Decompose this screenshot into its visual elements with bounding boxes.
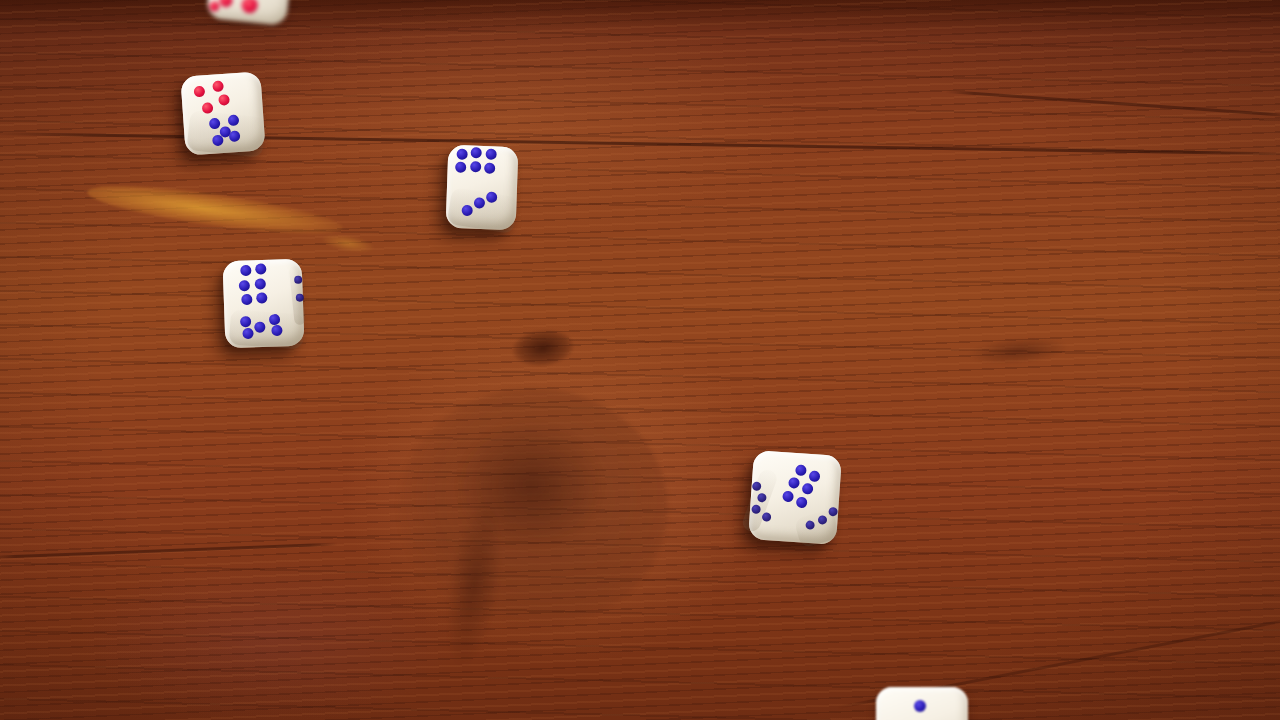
sap-streak-gold bbox=[85, 176, 345, 244]
die-pip-blue bbox=[462, 205, 473, 216]
wood-knot-streak-right bbox=[967, 334, 1069, 369]
wood-knot-swirl-core bbox=[455, 420, 605, 550]
die-pip-blue bbox=[255, 263, 266, 274]
die-pip-red bbox=[212, 80, 224, 92]
die-pip-blue bbox=[240, 316, 251, 327]
die-pip-dark bbox=[828, 507, 838, 517]
die-six-over-three-blue[interactable] bbox=[446, 145, 519, 230]
die-pip-dark bbox=[751, 504, 761, 514]
die-pip-dark bbox=[294, 276, 302, 284]
die-pip-blue bbox=[269, 314, 280, 325]
wood-table-background bbox=[0, 0, 1280, 720]
die-pip-blue bbox=[455, 162, 466, 173]
wood-knot-swirl-tail bbox=[435, 497, 513, 673]
die-pip-dark bbox=[758, 493, 768, 503]
die-pip-red bbox=[202, 102, 214, 114]
die-pip-blue bbox=[486, 191, 497, 202]
die-pip-blue bbox=[239, 280, 250, 291]
die-pip-blue bbox=[228, 114, 240, 126]
sap-streak-tail bbox=[321, 232, 375, 256]
die-four-red-over-five-blue[interactable] bbox=[180, 71, 265, 155]
die-pip-dark bbox=[752, 481, 762, 491]
die-pip-blue bbox=[241, 294, 252, 305]
wood-knot-swirl bbox=[398, 388, 668, 628]
die-pip-blue bbox=[242, 328, 253, 339]
die-pip-dark bbox=[818, 515, 828, 525]
die-pip-red bbox=[194, 86, 206, 98]
die-pip-blue bbox=[471, 147, 482, 158]
die-pip-blue bbox=[209, 118, 221, 130]
die-pip-blue bbox=[256, 293, 267, 304]
die-pip-blue bbox=[788, 477, 800, 489]
die-pip-blue bbox=[229, 131, 241, 143]
die-pip-dark bbox=[805, 520, 815, 530]
plank-seam-upper-right bbox=[946, 90, 1280, 117]
die-pip-blue bbox=[456, 149, 467, 160]
die-pip-blue bbox=[212, 135, 224, 147]
die-six-over-five-blue[interactable] bbox=[223, 259, 305, 349]
die-pip-red bbox=[218, 0, 232, 8]
die-pip-blue bbox=[485, 149, 496, 160]
die-pip-blue bbox=[484, 163, 495, 174]
die-pip-blue bbox=[795, 464, 807, 476]
die-partial-top-edge[interactable] bbox=[206, 0, 294, 26]
die-pip-blue bbox=[802, 483, 814, 495]
die-pip-blue bbox=[782, 490, 794, 502]
die-partial-bottom-edge[interactable] bbox=[876, 687, 968, 720]
plank-seam-lower-left bbox=[0, 543, 338, 559]
die-face-shade bbox=[229, 310, 305, 350]
die-face-shade bbox=[447, 187, 519, 234]
die-pip-blue bbox=[271, 325, 282, 336]
die-pip-blue bbox=[808, 471, 820, 483]
die-pip-red bbox=[209, 1, 220, 12]
die-six-corner-view[interactable] bbox=[748, 450, 842, 545]
die-pip-blue bbox=[240, 265, 251, 276]
die-pip-blue bbox=[254, 321, 265, 332]
die-pip-dark bbox=[761, 512, 771, 522]
die-pip-dark bbox=[296, 294, 304, 302]
die-pip-blue bbox=[470, 161, 481, 172]
die-pip-blue bbox=[914, 700, 926, 712]
die-pip-red bbox=[218, 94, 230, 106]
die-pip-red bbox=[241, 0, 259, 14]
wood-knot-small bbox=[510, 327, 575, 369]
die-pip-blue bbox=[796, 497, 808, 509]
die-pip-blue bbox=[255, 278, 266, 289]
die-pip-blue bbox=[474, 197, 485, 208]
